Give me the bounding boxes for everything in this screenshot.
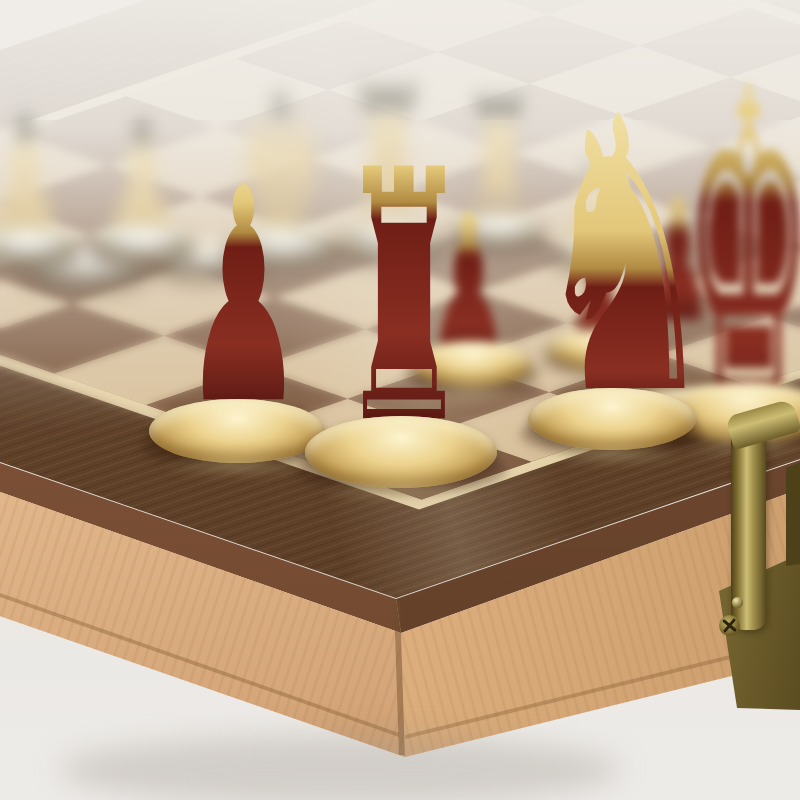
box-shadow: [60, 735, 620, 800]
clasp-rivet: [732, 597, 743, 608]
clasp-screw-icon: [719, 615, 740, 636]
depth-of-field-blur: [0, 120, 800, 450]
chess-photo-scene: ♟♟♚♜♜♟ ♟♟♟♚♞♟♜: [0, 0, 800, 800]
